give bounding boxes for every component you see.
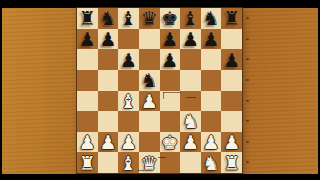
piece-black-knight-d5[interactable]: ♞: [141, 70, 158, 90]
square-d5[interactable]: ♞: [139, 70, 160, 91]
square-e1[interactable]: [160, 152, 181, 173]
square-c8[interactable]: ♝: [118, 8, 139, 29]
square-e7[interactable]: ♟: [160, 29, 181, 50]
square-h1[interactable]: ♜: [221, 152, 242, 173]
coordinate-dot-rank-8: [246, 17, 249, 19]
square-b5[interactable]: [98, 70, 119, 91]
square-g3[interactable]: [201, 111, 222, 132]
artifact-dash-d1: [138, 170, 144, 171]
artifact-line-f4: [186, 97, 196, 98]
square-h7[interactable]: [221, 29, 242, 50]
piece-white-pawn-h2[interactable]: ♟: [223, 132, 240, 152]
square-g2[interactable]: ♟: [201, 132, 222, 153]
piece-white-rook-h1[interactable]: ♜: [223, 152, 240, 172]
piece-black-pawn-b7[interactable]: ♟: [99, 28, 116, 48]
piece-black-bishop-c8[interactable]: ♝: [120, 8, 137, 28]
square-h6[interactable]: ♟: [221, 49, 242, 70]
coordinate-dot-rank-6: [246, 58, 249, 60]
piece-white-pawn-g2[interactable]: ♟: [203, 132, 220, 152]
square-g1[interactable]: ♞: [201, 152, 222, 173]
piece-white-rook-a1[interactable]: ♜: [79, 152, 96, 172]
piece-black-knight-g8[interactable]: ♞: [203, 8, 220, 28]
square-h3[interactable]: [221, 111, 242, 132]
square-a6[interactable]: [77, 49, 98, 70]
piece-black-pawn-a7[interactable]: ♟: [79, 28, 96, 48]
square-h5[interactable]: [221, 70, 242, 91]
piece-black-pawn-f7[interactable]: ♟: [182, 28, 199, 48]
piece-black-pawn-g7[interactable]: ♟: [203, 28, 220, 48]
piece-black-pawn-e6[interactable]: ♟: [161, 49, 178, 69]
coordinate-dot-rank-5: [246, 79, 249, 81]
piece-black-queen-d8[interactable]: ♛: [141, 8, 158, 28]
square-f4[interactable]: [180, 91, 201, 112]
square-c4[interactable]: ♝: [118, 91, 139, 112]
square-g8[interactable]: ♞: [201, 8, 222, 29]
square-h4[interactable]: [221, 91, 242, 112]
square-a2[interactable]: ♟: [77, 132, 98, 153]
square-h8[interactable]: ♜: [221, 8, 242, 29]
square-a7[interactable]: ♟: [77, 29, 98, 50]
square-b2[interactable]: ♟: [98, 132, 119, 153]
letterbox-left-edge: [0, 0, 2, 180]
piece-black-pawn-h6[interactable]: ♟: [223, 49, 240, 69]
square-b8[interactable]: ♞: [98, 8, 119, 29]
piece-white-bishop-c1[interactable]: ♝: [120, 152, 137, 172]
square-e8[interactable]: ♚: [160, 8, 181, 29]
square-a1[interactable]: ♜: [77, 152, 98, 173]
square-g6[interactable]: [201, 49, 222, 70]
square-d4[interactable]: ♟: [139, 91, 160, 112]
square-g5[interactable]: [201, 70, 222, 91]
square-g7[interactable]: ♟: [201, 29, 222, 50]
coordinate-dot-rank-7: [246, 38, 249, 40]
square-d7[interactable]: [139, 29, 160, 50]
piece-white-king-e2[interactable]: ♚: [161, 132, 178, 152]
piece-white-pawn-a2[interactable]: ♟: [79, 132, 96, 152]
square-d3[interactable]: [139, 111, 160, 132]
square-h2[interactable]: ♟: [221, 132, 242, 153]
letterbox-top-bar: [0, 0, 320, 8]
artifact-dash-e1: [158, 157, 166, 158]
square-d2[interactable]: [139, 132, 160, 153]
piece-white-knight-g1[interactable]: ♞: [203, 152, 220, 172]
square-e3[interactable]: [160, 111, 181, 132]
square-b7[interactable]: ♟: [98, 29, 119, 50]
piece-white-pawn-d4[interactable]: ♟: [141, 90, 158, 110]
square-d6[interactable]: [139, 49, 160, 70]
piece-black-pawn-c6[interactable]: ♟: [120, 49, 137, 69]
letterbox-bottom-bar: [0, 174, 320, 180]
chess-board: ♜♞♝♛♚♝♞♜♟♟♟♟♟♟♟♟♞♝♟♞♟♟♟♚♟♟♟♜♝♛♞♜: [77, 8, 242, 173]
square-f7[interactable]: ♟: [180, 29, 201, 50]
coordinate-dot-rank-2: [246, 141, 249, 143]
square-c1[interactable]: ♝: [118, 152, 139, 173]
square-b1[interactable]: [98, 152, 119, 173]
piece-black-pawn-e7[interactable]: ♟: [161, 28, 178, 48]
artifact-line-e4: [163, 92, 181, 93]
square-b4[interactable]: [98, 91, 119, 112]
square-a8[interactable]: ♜: [77, 8, 98, 29]
square-a4[interactable]: [77, 91, 98, 112]
square-c2[interactable]: ♟: [118, 132, 139, 153]
square-f2[interactable]: ♟: [180, 132, 201, 153]
piece-white-bishop-c4[interactable]: ♝: [120, 90, 137, 110]
piece-black-knight-b8[interactable]: ♞: [99, 8, 116, 28]
square-b6[interactable]: [98, 49, 119, 70]
coordinate-dot-rank-1: [246, 161, 249, 163]
coordinate-dot-rank-3: [246, 120, 249, 122]
piece-white-pawn-b2[interactable]: ♟: [99, 132, 116, 152]
square-e5[interactable]: [160, 70, 181, 91]
square-c3[interactable]: [118, 111, 139, 132]
square-a5[interactable]: [77, 70, 98, 91]
square-c6[interactable]: ♟: [118, 49, 139, 70]
piece-white-pawn-f2[interactable]: ♟: [182, 132, 199, 152]
square-e2[interactable]: ♚: [160, 132, 181, 153]
coordinate-dot-rank-4: [246, 100, 249, 102]
square-b3[interactable]: [98, 111, 119, 132]
piece-black-rook-a8[interactable]: ♜: [79, 8, 96, 28]
artifact-line-e4-hook: [163, 92, 164, 99]
square-c7[interactable]: [118, 29, 139, 50]
square-f8[interactable]: ♝: [180, 8, 201, 29]
piece-white-pawn-c2[interactable]: ♟: [120, 132, 137, 152]
piece-black-bishop-f8[interactable]: ♝: [182, 8, 199, 28]
square-f5[interactable]: [180, 70, 201, 91]
square-f6[interactable]: [180, 49, 201, 70]
square-a3[interactable]: [77, 111, 98, 132]
square-c5[interactable]: [118, 70, 139, 91]
square-f1[interactable]: [180, 152, 201, 173]
piece-white-knight-f3[interactable]: ♞: [182, 111, 199, 131]
piece-black-king-e8[interactable]: ♚: [161, 8, 178, 28]
square-d8[interactable]: ♛: [139, 8, 160, 29]
piece-black-rook-h8[interactable]: ♜: [223, 8, 240, 28]
square-f3[interactable]: ♞: [180, 111, 201, 132]
video-frame: ♜♞♝♛♚♝♞♜♟♟♟♟♟♟♟♟♞♝♟♞♟♟♟♚♟♟♟♜♝♛♞♜: [0, 0, 320, 180]
square-g4[interactable]: [201, 91, 222, 112]
square-e6[interactable]: ♟: [160, 49, 181, 70]
